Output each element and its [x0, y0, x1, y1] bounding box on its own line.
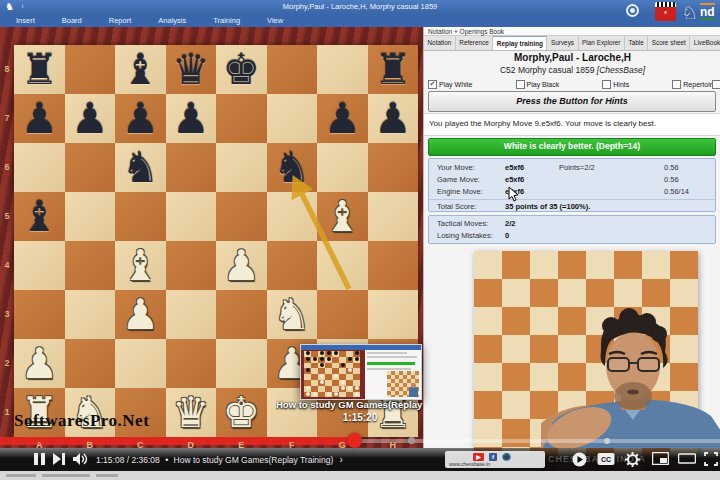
total-score-cell: Total Score:: [437, 202, 477, 211]
feedback-message-band: You played the Morphy Move 9.e5xf6. Your…: [424, 113, 720, 136]
checkbox-label: Hints: [613, 81, 629, 88]
square-d8[interactable]: ♛: [166, 45, 217, 94]
chessbase-url: www.chessbase.in: [449, 461, 490, 467]
square-b6[interactable]: [65, 143, 116, 192]
feedback-message: You played the Morphy Move 9.e5xf6. Your…: [424, 114, 720, 128]
preview-square-a1: [304, 392, 311, 398]
square-c5[interactable]: [115, 192, 166, 241]
square-a5[interactable]: ♝: [14, 192, 65, 241]
theater-mode-button[interactable]: [678, 452, 696, 465]
partial-checkbox[interactable]: [712, 80, 720, 89]
square-f8[interactable]: [267, 45, 318, 94]
mouse-cursor: [508, 186, 520, 202]
black-knight: ♞: [121, 143, 159, 192]
now-playing-title[interactable]: How to study GM Games(Replay Training): [174, 455, 334, 465]
thumbnail-mini-board: [304, 351, 365, 397]
square-f4[interactable]: [267, 241, 318, 290]
black-king: ♚: [222, 45, 260, 94]
video-player-frame: ♞ i Morphy,Paul - Laroche,H, Morphy casu…: [0, 0, 720, 480]
score-cell: Points=2/2: [559, 163, 595, 172]
target-icon: [626, 4, 639, 17]
checkbox-box[interactable]: [672, 80, 681, 89]
tab-livebook[interactable]: LiveBook: [690, 36, 720, 50]
black-pawn: ♟: [71, 94, 109, 143]
watermark-text: SoftwaresPro.Net: [14, 411, 149, 431]
checkbox-play-black[interactable]: Play Black: [516, 78, 560, 90]
black-pawn: ♟: [323, 94, 361, 143]
time-display: 1:15:08 / 2:36:08 • How to study GM Game…: [96, 454, 343, 465]
square-h4[interactable]: [368, 241, 419, 290]
square-g6[interactable]: [317, 143, 368, 192]
square-b3[interactable]: [65, 290, 116, 339]
player-control-bar: 1:15:08 / 2:36:08 • How to study GM Game…: [0, 448, 720, 471]
facebook-icon: f: [489, 453, 497, 461]
square-b8[interactable]: [65, 45, 116, 94]
presenter-webcam: [541, 270, 720, 448]
tab-notation[interactable]: Notation: [424, 36, 456, 50]
square-g5[interactable]: ♝: [317, 192, 368, 241]
tactics-cell: 2/2: [505, 219, 515, 228]
score-cell: e5xf6: [505, 163, 524, 172]
score-row: Engine Move:e5xf60.56/14: [429, 187, 715, 199]
youtube-icon: ▶: [473, 453, 484, 461]
tab-score-sheet[interactable]: Score sheet: [648, 36, 690, 50]
square-h7[interactable]: ♟: [368, 94, 419, 143]
black-rook: ♜: [374, 45, 412, 94]
next-button[interactable]: [52, 452, 66, 466]
square-c2[interactable]: [115, 339, 166, 388]
square-d1[interactable]: ♛: [166, 388, 217, 437]
square-e8[interactable]: ♚: [216, 45, 267, 94]
square-f6[interactable]: ♞: [267, 143, 318, 192]
score-cell: e5xf6: [505, 175, 524, 184]
dock-title[interactable]: Notation + Openings Book: [424, 27, 720, 36]
square-b7[interactable]: ♟: [65, 94, 116, 143]
square-c3[interactable]: ♟: [115, 290, 166, 339]
white-queen: ♛: [172, 388, 210, 437]
preview-square-b6: [502, 307, 530, 335]
score-cell: 0.56/14: [664, 187, 689, 196]
tactics-row: Tactical Moves:2/2: [429, 219, 715, 231]
total-score-cell: 35 points of 35 (=100%).: [505, 202, 590, 211]
black-rook: ♜: [20, 45, 58, 94]
preview-square-a3: [474, 391, 502, 419]
score-cell: Engine Move:: [437, 187, 483, 196]
rank-label-8: 8: [0, 45, 14, 94]
square-h6[interactable]: [368, 143, 419, 192]
square-g4[interactable]: [317, 241, 368, 290]
square-f5[interactable]: [267, 192, 318, 241]
panel-tabs: NotationReferenceReplay trainingSurveysP…: [424, 36, 720, 51]
chessbase-red-badge-icon: ♜: [655, 2, 676, 21]
square-g8[interactable]: [317, 45, 368, 94]
menu-bar: InsertBoardReportAnalysisTrainingView: [0, 14, 720, 27]
tab-table[interactable]: Table: [625, 36, 648, 50]
progress-scrubber[interactable]: [347, 433, 362, 448]
menu-item-report[interactable]: Report: [109, 16, 132, 25]
preview-square-a6: [474, 307, 502, 335]
white-pawn: ♟: [20, 339, 58, 388]
square-b2[interactable]: [65, 339, 116, 388]
preview-square-f1: [339, 392, 346, 398]
menu-item-analysis[interactable]: Analysis: [158, 16, 186, 25]
window-title: Morphy,Paul - Laroche,H, Morphy casual 1…: [0, 2, 720, 11]
total-score-row: Total Score:35 points of 35 (=100%).: [429, 199, 715, 214]
tab-surveys[interactable]: Surveys: [547, 36, 578, 50]
square-c4[interactable]: ♝: [115, 241, 166, 290]
autoplay-toggle[interactable]: [572, 452, 587, 467]
square-c8[interactable]: ♝: [115, 45, 166, 94]
square-c6[interactable]: ♞: [115, 143, 166, 192]
chessbase-overlay-card: www.chessbase.in ▶ f ⚫: [445, 451, 545, 468]
hint-button[interactable]: Press the Button for Hints: [428, 91, 716, 112]
menu-item-insert[interactable]: Insert: [16, 16, 35, 25]
tactics-box: Tactical Moves:2/2Losing Mistakes:0: [428, 215, 716, 244]
checkbox-label: Play White: [439, 81, 472, 88]
score-cell: Your Move:: [437, 163, 475, 172]
square-e1[interactable]: ♚: [216, 388, 267, 437]
thumbnail-presenter: [409, 387, 418, 397]
thumbnail-board-pane: [301, 350, 365, 399]
black-pawn: ♟: [121, 94, 159, 143]
rank-label-4: 4: [0, 241, 14, 290]
checkbox-box[interactable]: ✔: [428, 80, 437, 89]
tab-replay-training[interactable]: Replay training: [493, 36, 547, 50]
checkbox-hints[interactable]: Hints: [602, 78, 629, 90]
score-row: Your Move:e5xf6Points=2/20.56: [429, 163, 715, 175]
preview-square-a4: [474, 363, 502, 391]
thumbnail-panel-pane: [365, 350, 421, 399]
square-d2[interactable]: [166, 339, 217, 388]
black-pawn: ♟: [20, 94, 58, 143]
tactics-row: Losing Mistakes:0: [429, 231, 715, 243]
preview-square-b1: [311, 392, 318, 398]
preview-square-d1: [325, 392, 332, 398]
menu-item-board[interactable]: Board: [62, 16, 82, 25]
volume-button[interactable]: [72, 452, 89, 466]
pause-button[interactable]: [33, 452, 46, 466]
menu-item-training[interactable]: Training: [213, 16, 240, 25]
square-g7[interactable]: ♟: [317, 94, 368, 143]
rank-label-1: 1: [0, 388, 14, 437]
square-d3[interactable]: [166, 290, 217, 339]
preview-square-b4: [502, 363, 530, 391]
rank-label-5: 5: [0, 192, 14, 241]
black-bishop: ♝: [121, 45, 159, 94]
rank-labels: 87654321: [0, 45, 14, 437]
white-bishop: ♝: [323, 192, 361, 241]
menu-item-view[interactable]: View: [267, 16, 283, 25]
database-source: [ChessBase]: [597, 65, 645, 75]
score-cell: 0.56: [664, 175, 679, 184]
black-pawn: ♟: [172, 94, 210, 143]
square-e4[interactable]: ♟: [216, 241, 267, 290]
preview-square-h1: [353, 392, 360, 398]
chessbase-india-logo: ♘ nd: [681, 0, 720, 25]
score-cell: 0.56: [664, 163, 679, 172]
checkbox-play-white[interactable]: ✔Play White: [428, 78, 472, 90]
black-knight: ♞: [273, 143, 311, 192]
chevron-icon[interactable]: ›: [340, 454, 343, 465]
black-queen: ♛: [172, 45, 210, 94]
tactics-cell: 0: [505, 231, 509, 240]
captions-button[interactable]: CC: [597, 452, 615, 466]
square-b5[interactable]: [65, 192, 116, 241]
game-players-header: Morphy,Paul - Laroche,H: [424, 52, 720, 63]
square-h8[interactable]: ♜: [368, 45, 419, 94]
square-f3[interactable]: ♞: [267, 290, 318, 339]
tab-reference[interactable]: Reference: [456, 36, 494, 50]
square-h3[interactable]: [368, 290, 419, 339]
checkbox-box[interactable]: [602, 80, 611, 89]
square-b4[interactable]: [65, 241, 116, 290]
square-e6[interactable]: [216, 143, 267, 192]
square-d4[interactable]: [166, 241, 217, 290]
square-d5[interactable]: [166, 192, 217, 241]
rank-label-3: 3: [0, 290, 14, 339]
rank-label-2: 2: [0, 339, 14, 388]
white-knight: ♞: [273, 290, 311, 339]
svg-text:CC: CC: [601, 456, 611, 463]
settings-gear-icon[interactable]: [625, 452, 640, 467]
square-a7[interactable]: ♟: [14, 94, 65, 143]
seek-preview-thumbnail: [300, 344, 422, 400]
game-event-header: C52 Morphy casual 1859 [ChessBase]: [424, 65, 720, 75]
preview-square-e1: [332, 392, 339, 398]
miniplayer-button[interactable]: [652, 452, 669, 465]
square-f7[interactable]: [267, 94, 318, 143]
checkbox-repertoire[interactable]: Repertoire: [672, 78, 716, 90]
thumbnail-eval-bar: [367, 362, 415, 365]
tactics-cell: Losing Mistakes:: [437, 231, 493, 240]
preview-square-a5: [474, 335, 502, 363]
square-e3[interactable]: [216, 290, 267, 339]
app-title-bar: ♞ i Morphy,Paul - Laroche,H, Morphy casu…: [0, 0, 720, 14]
tab-plan-explorer[interactable]: Plan Explorer: [579, 36, 625, 50]
thumbnail-timestamp: 1:15:20: [328, 412, 392, 423]
square-e7[interactable]: [216, 94, 267, 143]
square-c7[interactable]: ♟: [115, 94, 166, 143]
white-pawn: ♟: [121, 290, 159, 339]
progress-marker-light: [604, 438, 610, 444]
rank-label-6: 6: [0, 143, 14, 192]
square-d6[interactable]: [166, 143, 217, 192]
preview-square-b3: [502, 391, 530, 419]
square-a2[interactable]: ♟: [14, 339, 65, 388]
checkbox-label: Play Black: [527, 81, 560, 88]
preview-square-g1: [346, 392, 353, 398]
analysis-panel: Notation + Openings Book NotationReferen…: [423, 27, 720, 448]
score-cell: Game Move:: [437, 175, 480, 184]
training-options: ✔Play WhitePlay BlackHintsRepertoire: [428, 78, 716, 90]
white-pawn: ♟: [222, 241, 260, 290]
progress-marker: [408, 437, 415, 444]
black-pawn: ♟: [374, 94, 412, 143]
white-bishop: ♝: [121, 241, 159, 290]
score-box: Your Move:e5xf6Points=2/20.56Game Move:e…: [428, 158, 716, 212]
evaluation-banner: White is clearly better. (Depth=14): [428, 138, 716, 156]
preview-square-b5: [502, 335, 530, 363]
tactics-cell: Tactical Moves:: [437, 219, 488, 228]
black-bishop: ♝: [20, 192, 58, 241]
square-d7[interactable]: ♟: [166, 94, 217, 143]
square-a3[interactable]: [14, 290, 65, 339]
preview-square-b8: [502, 251, 530, 279]
preview-square-c1: [318, 392, 325, 398]
preview-square-a8: [474, 251, 502, 279]
white-king: ♚: [222, 388, 260, 437]
square-a6[interactable]: [14, 143, 65, 192]
square-a8[interactable]: ♜: [14, 45, 65, 94]
square-a4[interactable]: [14, 241, 65, 290]
fullscreen-button[interactable]: [704, 452, 718, 466]
checkbox-box[interactable]: [516, 80, 525, 89]
preview-square-a7: [474, 279, 502, 307]
page-background-strip: [0, 471, 720, 480]
square-e2[interactable]: [216, 339, 267, 388]
square-g3[interactable]: [317, 290, 368, 339]
square-e5[interactable]: [216, 192, 267, 241]
twitter-icon: ⚫: [502, 453, 511, 461]
score-row: Game Move:e5xf60.56: [429, 175, 715, 187]
rank-label-7: 7: [0, 94, 14, 143]
preview-square-b7: [502, 279, 530, 307]
square-h5[interactable]: [368, 192, 419, 241]
thumbnail-caption: How to study GM Games(Replay Train: [276, 399, 423, 412]
